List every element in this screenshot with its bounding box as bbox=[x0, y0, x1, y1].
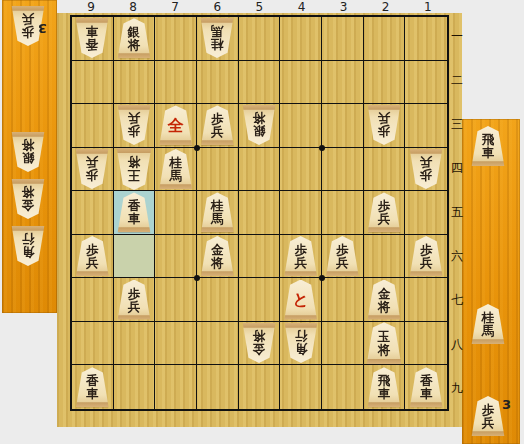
file-label-4: 4 bbox=[292, 0, 312, 14]
rank-label-3: 三 bbox=[451, 118, 463, 131]
sente-piece-桂馬[interactable]: 桂馬 bbox=[159, 149, 193, 189]
hoshi-dot bbox=[319, 275, 325, 281]
square-1-2[interactable] bbox=[405, 61, 447, 105]
gote-piece-角行[interactable]: 角行 bbox=[11, 226, 45, 266]
piece-kanji: 角 bbox=[294, 343, 307, 356]
file-label-8: 8 bbox=[123, 0, 143, 14]
rank-label-2: 二 bbox=[451, 74, 463, 87]
piece-kanji: 将 bbox=[22, 139, 35, 152]
sente-piece-香車[interactable]: 香車 bbox=[409, 367, 443, 407]
square-9-9[interactable]: 香車 bbox=[72, 365, 114, 409]
square-6-8[interactable] bbox=[197, 322, 239, 366]
sente-piece-金将[interactable]: 金将 bbox=[367, 280, 401, 320]
gote-piece-歩兵[interactable]: 歩兵 bbox=[117, 105, 151, 145]
piece-kanji: 将 bbox=[378, 300, 391, 313]
square-7-4[interactable]: 桂馬 bbox=[155, 148, 197, 192]
sente-piece-と[interactable]: と bbox=[284, 280, 318, 320]
sente-piece-歩兵[interactable]: 歩兵 bbox=[75, 236, 109, 276]
gote-hand-slot: 金将 bbox=[11, 179, 45, 219]
sente-captured-tray: 飛車桂馬歩兵3 bbox=[462, 119, 520, 444]
square-8-3[interactable]: 歩兵 bbox=[114, 104, 156, 148]
shogi-board: 香車銀将桂馬歩兵全歩兵銀将歩兵歩兵王将桂馬歩兵香車桂馬歩兵歩兵金将歩兵歩兵歩兵歩… bbox=[57, 13, 462, 427]
square-5-2[interactable] bbox=[239, 61, 281, 105]
piece-kanji: 馬 bbox=[482, 324, 495, 337]
piece-kanji: 歩 bbox=[128, 125, 141, 138]
gote-captured-tray: 歩兵3銀将金将角行 bbox=[2, 0, 57, 313]
square-7-6[interactable] bbox=[155, 235, 197, 279]
square-6-4[interactable] bbox=[197, 148, 239, 192]
file-label-1: 1 bbox=[418, 0, 438, 14]
square-2-3[interactable]: 歩兵 bbox=[364, 104, 406, 148]
square-5-3[interactable]: 銀将 bbox=[239, 104, 281, 148]
sente-piece-歩兵[interactable]: 歩兵 bbox=[409, 236, 443, 276]
gote-piece-角行[interactable]: 角行 bbox=[284, 323, 318, 363]
gote-piece-王将[interactable]: 王将 bbox=[116, 148, 152, 190]
square-4-7[interactable]: と bbox=[280, 278, 322, 322]
sente-piece-香車[interactable]: 香車 bbox=[117, 192, 151, 232]
sente-piece-歩兵[interactable]: 歩兵 bbox=[325, 236, 359, 276]
piece-kanji: 兵 bbox=[86, 156, 99, 169]
square-4-6[interactable]: 歩兵 bbox=[280, 235, 322, 279]
square-8-9[interactable] bbox=[114, 365, 156, 409]
rank-label-6: 六 bbox=[451, 250, 463, 263]
piece-kanji: 兵 bbox=[420, 256, 433, 269]
square-4-8[interactable]: 角行 bbox=[280, 322, 322, 366]
square-1-4[interactable]: 歩兵 bbox=[405, 148, 447, 192]
file-label-2: 2 bbox=[376, 0, 396, 14]
square-7-7[interactable] bbox=[155, 278, 197, 322]
sente-piece-玉将[interactable]: 玉将 bbox=[366, 322, 402, 364]
square-3-9[interactable] bbox=[322, 365, 364, 409]
square-9-2[interactable] bbox=[72, 61, 114, 105]
board-grid: 香車銀将桂馬歩兵全歩兵銀将歩兵歩兵王将桂馬歩兵香車桂馬歩兵歩兵金将歩兵歩兵歩兵歩… bbox=[70, 15, 449, 411]
square-8-2[interactable] bbox=[114, 61, 156, 105]
piece-kanji: 兵 bbox=[378, 112, 391, 125]
square-8-8[interactable] bbox=[114, 322, 156, 366]
piece-kanji: 馬 bbox=[211, 25, 224, 38]
square-1-8[interactable] bbox=[405, 322, 447, 366]
rank-label-8: 八 bbox=[451, 338, 463, 351]
piece-kanji: 馬 bbox=[169, 169, 182, 182]
sente-hand-slot: 飛車 bbox=[471, 126, 505, 166]
hoshi-dot bbox=[319, 145, 325, 151]
sente-hand-count: 3 bbox=[502, 398, 511, 411]
piece-kanji: 兵 bbox=[294, 256, 307, 269]
square-9-5[interactable] bbox=[72, 191, 114, 235]
square-4-2[interactable] bbox=[280, 61, 322, 105]
gote-piece-金将[interactable]: 金将 bbox=[242, 323, 276, 363]
sente-hand-slot: 歩兵 bbox=[471, 396, 505, 436]
piece-kanji: 将 bbox=[253, 330, 266, 343]
rank-label-9: 九 bbox=[451, 382, 463, 395]
square-6-3[interactable]: 歩兵 bbox=[197, 104, 239, 148]
piece-kanji: 銀 bbox=[22, 152, 35, 165]
square-9-3[interactable] bbox=[72, 104, 114, 148]
square-7-3[interactable]: 全 bbox=[155, 104, 197, 148]
hoshi-dot bbox=[194, 145, 200, 151]
sente-piece-飛車[interactable]: 飛車 bbox=[367, 367, 401, 407]
sente-piece-歩兵[interactable]: 歩兵 bbox=[117, 280, 151, 320]
piece-kanji: 兵 bbox=[336, 256, 349, 269]
square-1-7[interactable] bbox=[405, 278, 447, 322]
square-2-9[interactable]: 飛車 bbox=[364, 365, 406, 409]
square-3-4[interactable] bbox=[322, 148, 364, 192]
piece-kanji: 将 bbox=[253, 112, 266, 125]
piece-kanji: 兵 bbox=[128, 300, 141, 313]
square-2-6[interactable] bbox=[364, 235, 406, 279]
piece-kanji: 車 bbox=[86, 25, 99, 38]
gote-piece-銀将[interactable]: 銀将 bbox=[11, 132, 45, 172]
sente-piece-飛車[interactable]: 飛車 bbox=[471, 126, 505, 166]
square-3-6[interactable]: 歩兵 bbox=[322, 235, 364, 279]
square-4-1[interactable] bbox=[280, 17, 322, 61]
square-7-2[interactable] bbox=[155, 61, 197, 105]
piece-kanji: 行 bbox=[294, 330, 307, 343]
piece-kanji: 金 bbox=[378, 287, 391, 300]
piece-kanji: 将 bbox=[128, 156, 141, 169]
square-2-7[interactable]: 金将 bbox=[364, 278, 406, 322]
piece-kanji: 歩 bbox=[378, 125, 391, 138]
piece-kanji: 将 bbox=[22, 186, 35, 199]
piece-kanji: 車 bbox=[378, 387, 391, 400]
square-8-7[interactable]: 歩兵 bbox=[114, 278, 156, 322]
gote-piece-歩兵[interactable]: 歩兵 bbox=[409, 149, 443, 189]
piece-kanji: 将 bbox=[378, 343, 391, 356]
sente-piece-歩兵[interactable]: 歩兵 bbox=[284, 236, 318, 276]
sente-piece-銀将[interactable]: 銀将 bbox=[117, 18, 151, 58]
rank-label-5: 五 bbox=[451, 206, 463, 219]
sente-piece-桂馬[interactable]: 桂馬 bbox=[200, 192, 234, 232]
gote-hand-slot: 銀将 bbox=[11, 132, 45, 172]
piece-kanji: 全 bbox=[168, 117, 184, 134]
square-1-3[interactable] bbox=[405, 104, 447, 148]
piece-kanji: 兵 bbox=[420, 156, 433, 169]
gote-hand-count: 3 bbox=[38, 22, 47, 35]
piece-kanji: 兵 bbox=[378, 212, 391, 225]
square-1-9[interactable]: 香車 bbox=[405, 365, 447, 409]
square-5-6[interactable] bbox=[239, 235, 281, 279]
square-7-8[interactable] bbox=[155, 322, 197, 366]
piece-kanji: と bbox=[292, 291, 308, 308]
file-label-5: 5 bbox=[249, 0, 269, 14]
square-4-4[interactable] bbox=[280, 148, 322, 192]
piece-kanji: 馬 bbox=[211, 212, 224, 225]
square-3-3[interactable] bbox=[322, 104, 364, 148]
hoshi-dot bbox=[194, 275, 200, 281]
piece-kanji: 金 bbox=[22, 199, 35, 212]
piece-kanji: 車 bbox=[420, 387, 433, 400]
sente-piece-歩兵[interactable]: 歩兵 bbox=[200, 105, 234, 145]
gote-piece-香車[interactable]: 香車 bbox=[75, 18, 109, 58]
sente-hand-slot: 桂馬 bbox=[471, 304, 505, 344]
file-label-7: 7 bbox=[165, 0, 185, 14]
square-8-5[interactable]: 香車 bbox=[114, 191, 156, 235]
piece-kanji: 桂 bbox=[211, 38, 224, 51]
gote-piece-銀将[interactable]: 銀将 bbox=[242, 105, 276, 145]
piece-kanji: 歩 bbox=[420, 169, 433, 182]
square-2-2[interactable] bbox=[364, 61, 406, 105]
square-6-9[interactable] bbox=[197, 365, 239, 409]
sente-piece-歩兵[interactable]: 歩兵 bbox=[367, 192, 401, 232]
square-3-5[interactable] bbox=[322, 191, 364, 235]
square-3-8[interactable] bbox=[322, 322, 364, 366]
gote-piece-金将[interactable]: 金将 bbox=[11, 179, 45, 219]
piece-kanji: 歩 bbox=[22, 26, 35, 39]
shogi-app: 歩兵3銀将金将角行 飛車桂馬歩兵3 香車銀将桂馬歩兵全歩兵銀将歩兵歩兵王将桂馬歩… bbox=[0, 0, 524, 444]
square-6-1[interactable]: 桂馬 bbox=[197, 17, 239, 61]
file-label-6: 6 bbox=[207, 0, 227, 14]
square-9-7[interactable] bbox=[72, 278, 114, 322]
square-7-1[interactable] bbox=[155, 17, 197, 61]
piece-kanji: 行 bbox=[22, 233, 35, 246]
square-2-1[interactable] bbox=[364, 17, 406, 61]
rank-label-7: 七 bbox=[451, 294, 463, 307]
square-5-7[interactable] bbox=[239, 278, 281, 322]
square-5-9[interactable] bbox=[239, 365, 281, 409]
square-2-4[interactable] bbox=[364, 148, 406, 192]
square-3-7[interactable] bbox=[322, 278, 364, 322]
square-9-6[interactable]: 歩兵 bbox=[72, 235, 114, 279]
sente-piece-全[interactable]: 全 bbox=[159, 105, 193, 145]
gote-hand-slot: 角行 bbox=[11, 226, 45, 266]
square-8-6[interactable] bbox=[114, 235, 156, 279]
piece-kanji: 香 bbox=[86, 38, 99, 51]
piece-kanji: 歩 bbox=[128, 287, 141, 300]
piece-kanji: 兵 bbox=[86, 256, 99, 269]
piece-kanji: 将 bbox=[128, 38, 141, 51]
sente-piece-香車[interactable]: 香車 bbox=[75, 367, 109, 407]
piece-kanji: 王 bbox=[128, 169, 141, 182]
square-4-3[interactable] bbox=[280, 104, 322, 148]
file-label-9: 9 bbox=[81, 0, 101, 14]
square-4-9[interactable] bbox=[280, 365, 322, 409]
square-1-5[interactable] bbox=[405, 191, 447, 235]
square-7-5[interactable] bbox=[155, 191, 197, 235]
square-1-6[interactable]: 歩兵 bbox=[405, 235, 447, 279]
square-3-2[interactable] bbox=[322, 61, 364, 105]
gote-piece-桂馬[interactable]: 桂馬 bbox=[200, 18, 234, 58]
square-7-9[interactable] bbox=[155, 365, 197, 409]
sente-piece-歩兵[interactable]: 歩兵 bbox=[471, 396, 505, 436]
square-2-8[interactable]: 玉将 bbox=[364, 322, 406, 366]
square-8-4[interactable]: 王将 bbox=[114, 148, 156, 192]
square-9-4[interactable]: 歩兵 bbox=[72, 148, 114, 192]
square-1-1[interactable] bbox=[405, 17, 447, 61]
piece-kanji: 金 bbox=[253, 343, 266, 356]
piece-kanji: 車 bbox=[128, 212, 141, 225]
rank-label-1: 一 bbox=[451, 30, 463, 43]
piece-kanji: 兵 bbox=[211, 125, 224, 138]
piece-kanji: 兵 bbox=[482, 416, 495, 429]
square-5-5[interactable] bbox=[239, 191, 281, 235]
square-9-8[interactable] bbox=[72, 322, 114, 366]
piece-kanji: 兵 bbox=[128, 112, 141, 125]
piece-kanji: 車 bbox=[482, 146, 495, 159]
square-4-5[interactable] bbox=[280, 191, 322, 235]
file-label-3: 3 bbox=[334, 0, 354, 14]
square-9-1[interactable]: 香車 bbox=[72, 17, 114, 61]
piece-kanji: 角 bbox=[22, 246, 35, 259]
piece-kanji: 兵 bbox=[22, 13, 35, 26]
square-2-5[interactable]: 歩兵 bbox=[364, 191, 406, 235]
square-6-7[interactable] bbox=[197, 278, 239, 322]
square-5-8[interactable]: 金将 bbox=[239, 322, 281, 366]
gote-piece-歩兵[interactable]: 歩兵 bbox=[75, 149, 109, 189]
square-8-1[interactable]: 銀将 bbox=[114, 17, 156, 61]
piece-kanji: 桂 bbox=[169, 156, 182, 169]
square-6-6[interactable]: 金将 bbox=[197, 235, 239, 279]
gote-piece-歩兵[interactable]: 歩兵 bbox=[367, 105, 401, 145]
sente-piece-金将[interactable]: 金将 bbox=[200, 236, 234, 276]
square-6-2[interactable] bbox=[197, 61, 239, 105]
piece-kanji: 歩 bbox=[86, 169, 99, 182]
piece-kanji: 将 bbox=[211, 256, 224, 269]
square-5-4[interactable] bbox=[239, 148, 281, 192]
square-6-5[interactable]: 桂馬 bbox=[197, 191, 239, 235]
piece-kanji: 車 bbox=[86, 387, 99, 400]
piece-kanji: 銀 bbox=[253, 125, 266, 138]
rank-label-4: 四 bbox=[451, 162, 463, 175]
sente-piece-桂馬[interactable]: 桂馬 bbox=[471, 304, 505, 344]
square-5-1[interactable] bbox=[239, 17, 281, 61]
square-3-1[interactable] bbox=[322, 17, 364, 61]
